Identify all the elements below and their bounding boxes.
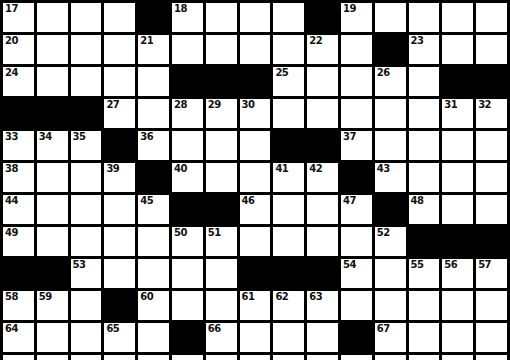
grid-cell-r10c2[interactable]: 59 (37, 291, 68, 320)
clue-number-28: 28 (174, 99, 187, 110)
grid-cell-r2c5[interactable]: 21 (138, 35, 169, 64)
clue-number-60: 60 (140, 291, 153, 302)
grid-cell-r3c9[interactable]: 25 (273, 67, 304, 96)
clue-number-64: 64 (5, 323, 18, 334)
grid-cell-r3c13[interactable] (409, 67, 440, 96)
clue-number-36: 36 (140, 131, 153, 142)
grid-cell-r12c4[interactable] (104, 355, 135, 360)
clue-number-56: 56 (444, 259, 457, 270)
grid-cell-r12c1[interactable] (3, 355, 34, 360)
grid-cell-r2c10[interactable]: 22 (307, 35, 338, 64)
grid-cell-r11c1[interactable]: 64 (3, 323, 34, 352)
clue-number-43: 43 (377, 163, 390, 174)
grid-cell-r11c9[interactable] (273, 323, 304, 352)
grid-cell-r7c3[interactable] (71, 195, 102, 224)
grid-cell-r6c12[interactable]: 43 (375, 163, 406, 192)
clue-number-39: 39 (106, 163, 119, 174)
clue-number-33: 33 (5, 131, 18, 142)
block-cell-r8c15 (476, 227, 507, 256)
grid-cell-r8c2[interactable] (37, 227, 68, 256)
block-cell-r4c3 (71, 99, 102, 128)
grid-cell-r7c2[interactable] (37, 195, 68, 224)
grid-cell-r4c11[interactable] (341, 99, 372, 128)
clue-number-23: 23 (411, 35, 424, 46)
grid-cell-r2c15[interactable] (476, 35, 507, 64)
clue-number-37: 37 (343, 131, 356, 142)
grid-cell-r4c14[interactable]: 31 (442, 99, 473, 128)
block-cell-r6c5 (138, 163, 169, 192)
crossword-screenshot: 1718192021222324252627282930313233343536… (0, 0, 510, 360)
block-cell-r5c4 (104, 131, 135, 160)
grid-cell-r5c3[interactable]: 35 (71, 131, 102, 160)
grid-cell-r10c7[interactable] (206, 291, 237, 320)
clue-number-52: 52 (377, 227, 390, 238)
grid-cell-r3c12[interactable]: 26 (375, 67, 406, 96)
grid-cell-r7c10[interactable] (307, 195, 338, 224)
clue-number-51: 51 (208, 227, 221, 238)
clue-number-18: 18 (174, 3, 187, 14)
grid-cell-r8c5[interactable] (138, 227, 169, 256)
block-cell-r11c11 (341, 323, 372, 352)
block-cell-r10c4 (104, 291, 135, 320)
clue-number-63: 63 (309, 291, 322, 302)
grid-cell-r10c6[interactable] (172, 291, 203, 320)
grid-cell-r12c13[interactable] (409, 355, 440, 360)
grid-cell-r9c6[interactable] (172, 259, 203, 288)
clue-number-22: 22 (309, 35, 322, 46)
grid-cell-r4c6[interactable]: 28 (172, 99, 203, 128)
grid-cell-r4c7[interactable]: 29 (206, 99, 237, 128)
grid-cell-r11c12[interactable]: 67 (375, 323, 406, 352)
grid-cell-r8c7[interactable]: 51 (206, 227, 237, 256)
grid-cell-r6c13[interactable] (409, 163, 440, 192)
grid-cell-r12c9[interactable] (273, 355, 304, 360)
grid-cell-r3c3[interactable] (71, 67, 102, 96)
clue-number-58: 58 (5, 291, 18, 302)
grid-cell-r11c4[interactable]: 65 (104, 323, 135, 352)
block-cell-r2c12 (375, 35, 406, 64)
grid-cell-r5c5[interactable]: 36 (138, 131, 169, 160)
grid-cell-r1c6[interactable]: 18 (172, 3, 203, 32)
grid-cell-r5c15[interactable] (476, 131, 507, 160)
grid-cell-r10c14[interactable] (442, 291, 473, 320)
grid-cell-r2c6[interactable] (172, 35, 203, 64)
grid-cell-r4c9[interactable] (273, 99, 304, 128)
grid-cell-r1c8[interactable] (240, 3, 271, 32)
clue-number-26: 26 (377, 67, 390, 78)
grid-cell-r12c14[interactable] (442, 355, 473, 360)
clue-number-29: 29 (208, 99, 221, 110)
clue-number-54: 54 (343, 259, 356, 270)
grid-cell-r11c5[interactable] (138, 323, 169, 352)
grid-cell-r9c11[interactable]: 54 (341, 259, 372, 288)
clue-number-20: 20 (5, 35, 18, 46)
grid-cell-r12c6[interactable] (172, 355, 203, 360)
grid-cell-r12c11[interactable] (341, 355, 372, 360)
grid-cell-r7c4[interactable] (104, 195, 135, 224)
block-cell-r7c6 (172, 195, 203, 224)
block-cell-r8c14 (442, 227, 473, 256)
grid-cell-r8c4[interactable] (104, 227, 135, 256)
grid-cell-r12c15[interactable] (476, 355, 507, 360)
block-cell-r3c6 (172, 67, 203, 96)
grid-cell-r7c14[interactable] (442, 195, 473, 224)
grid-cell-r8c1[interactable]: 49 (3, 227, 34, 256)
grid-cell-r1c4[interactable] (104, 3, 135, 32)
grid-cell-r4c5[interactable] (138, 99, 169, 128)
grid-cell-r2c14[interactable] (442, 35, 473, 64)
grid-cell-r5c14[interactable] (442, 131, 473, 160)
grid-cell-r11c10[interactable] (307, 323, 338, 352)
grid-cell-r1c7[interactable] (206, 3, 237, 32)
grid-cell-r2c7[interactable] (206, 35, 237, 64)
grid-cell-r6c9[interactable]: 41 (273, 163, 304, 192)
grid-cell-r6c14[interactable] (442, 163, 473, 192)
grid-cell-r2c8[interactable] (240, 35, 271, 64)
grid-cell-r9c12[interactable] (375, 259, 406, 288)
grid-cell-r11c2[interactable] (37, 323, 68, 352)
grid-cell-r9c5[interactable] (138, 259, 169, 288)
block-cell-r3c8 (240, 67, 271, 96)
grid-cell-r1c3[interactable] (71, 3, 102, 32)
grid-cell-r9c14[interactable]: 56 (442, 259, 473, 288)
block-cell-r4c2 (37, 99, 68, 128)
grid-cell-r5c2[interactable]: 34 (37, 131, 68, 160)
block-cell-r1c10 (307, 3, 338, 32)
grid-cell-r3c4[interactable] (104, 67, 135, 96)
clue-number-35: 35 (73, 131, 86, 142)
clue-number-25: 25 (275, 67, 288, 78)
clue-number-55: 55 (411, 259, 424, 270)
clue-number-65: 65 (106, 323, 119, 334)
grid-cell-r5c13[interactable] (409, 131, 440, 160)
grid-cell-r10c9[interactable]: 62 (273, 291, 304, 320)
grid-cell-r10c1[interactable]: 58 (3, 291, 34, 320)
grid-cell-r12c8[interactable] (240, 355, 271, 360)
clue-number-21: 21 (140, 35, 153, 46)
grid-cell-r8c8[interactable] (240, 227, 271, 256)
grid-cell-r4c12[interactable] (375, 99, 406, 128)
block-cell-r4c1 (3, 99, 34, 128)
grid-cell-r2c2[interactable] (37, 35, 68, 64)
clue-number-67: 67 (377, 323, 390, 334)
block-cell-r9c2 (37, 259, 68, 288)
grid-cell-r6c7[interactable] (206, 163, 237, 192)
grid-cell-r1c1[interactable]: 17 (3, 3, 34, 32)
grid-cell-r10c5[interactable]: 60 (138, 291, 169, 320)
grid-cell-r4c15[interactable]: 32 (476, 99, 507, 128)
grid-cell-r1c2[interactable] (37, 3, 68, 32)
grid-cell-r7c13[interactable]: 48 (409, 195, 440, 224)
grid-cell-r10c11[interactable] (341, 291, 372, 320)
grid-cell-r11c14[interactable] (442, 323, 473, 352)
block-cell-r8c13 (409, 227, 440, 256)
clue-number-34: 34 (39, 131, 52, 142)
grid-cell-r11c7[interactable]: 66 (206, 323, 237, 352)
grid-cell-r8c10[interactable] (307, 227, 338, 256)
grid-cell-r9c15[interactable]: 57 (476, 259, 507, 288)
grid-cell-r12c3[interactable] (71, 355, 102, 360)
block-cell-r3c15 (476, 67, 507, 96)
grid-cell-r4c4[interactable]: 27 (104, 99, 135, 128)
grid-cell-r10c8[interactable]: 61 (240, 291, 271, 320)
grid-cell-r5c6[interactable] (172, 131, 203, 160)
grid-cell-r8c6[interactable]: 50 (172, 227, 203, 256)
grid-cell-r10c12[interactable] (375, 291, 406, 320)
grid-cell-r3c1[interactable]: 24 (3, 67, 34, 96)
grid-cell-r1c11[interactable]: 19 (341, 3, 372, 32)
block-cell-r5c10 (307, 131, 338, 160)
clue-number-32: 32 (478, 99, 491, 110)
grid-cell-r4c10[interactable] (307, 99, 338, 128)
grid-cell-r9c13[interactable]: 55 (409, 259, 440, 288)
block-cell-r7c7 (206, 195, 237, 224)
grid-cell-r6c6[interactable]: 40 (172, 163, 203, 192)
grid-cell-r12c12[interactable] (375, 355, 406, 360)
clue-number-61: 61 (242, 291, 255, 302)
grid-cell-r6c1[interactable]: 38 (3, 163, 34, 192)
clue-number-24: 24 (5, 67, 18, 78)
grid-cell-r2c11[interactable] (341, 35, 372, 64)
grid-cell-r6c8[interactable] (240, 163, 271, 192)
grid-cell-r10c3[interactable] (71, 291, 102, 320)
grid-cell-r7c11[interactable]: 47 (341, 195, 372, 224)
grid-cell-r5c7[interactable] (206, 131, 237, 160)
grid-cell-r2c4[interactable] (104, 35, 135, 64)
grid-cell-r1c12[interactable] (375, 3, 406, 32)
grid-cell-r6c10[interactable]: 42 (307, 163, 338, 192)
grid-cell-r8c9[interactable] (273, 227, 304, 256)
grid-cell-r11c8[interactable] (240, 323, 271, 352)
grid-cell-r5c11[interactable]: 37 (341, 131, 372, 160)
grid-cell-r7c15[interactable] (476, 195, 507, 224)
block-cell-r9c9 (273, 259, 304, 288)
grid-cell-r12c5[interactable] (138, 355, 169, 360)
clue-number-49: 49 (5, 227, 18, 238)
clue-number-41: 41 (275, 163, 288, 174)
clue-number-53: 53 (73, 259, 86, 270)
grid-cell-r6c3[interactable] (71, 163, 102, 192)
grid-cell-r2c9[interactable] (273, 35, 304, 64)
block-cell-r9c10 (307, 259, 338, 288)
grid-cell-r3c5[interactable] (138, 67, 169, 96)
block-cell-r11c6 (172, 323, 203, 352)
grid-cell-r2c13[interactable]: 23 (409, 35, 440, 64)
grid-cell-r12c7[interactable] (206, 355, 237, 360)
grid-cell-r5c12[interactable] (375, 131, 406, 160)
grid-cell-r9c4[interactable] (104, 259, 135, 288)
grid-cell-r11c13[interactable] (409, 323, 440, 352)
crossword-grid: 1718192021222324252627282930313233343536… (0, 0, 510, 360)
grid-cell-r8c3[interactable] (71, 227, 102, 256)
grid-cell-r5c8[interactable] (240, 131, 271, 160)
clue-number-45: 45 (140, 195, 153, 206)
grid-cell-r8c11[interactable] (341, 227, 372, 256)
grid-cell-r2c3[interactable] (71, 35, 102, 64)
clue-number-30: 30 (242, 99, 255, 110)
grid-cell-r7c9[interactable] (273, 195, 304, 224)
grid-cell-r4c8[interactable]: 30 (240, 99, 271, 128)
grid-cell-r10c15[interactable] (476, 291, 507, 320)
grid-cell-r5c1[interactable]: 33 (3, 131, 34, 160)
clue-number-27: 27 (106, 99, 119, 110)
grid-cell-r6c4[interactable]: 39 (104, 163, 135, 192)
clue-number-46: 46 (242, 195, 255, 206)
clue-number-66: 66 (208, 323, 221, 334)
grid-cell-r6c2[interactable] (37, 163, 68, 192)
clue-number-42: 42 (309, 163, 322, 174)
grid-cell-r12c2[interactable] (37, 355, 68, 360)
block-cell-r9c1 (3, 259, 34, 288)
clue-number-40: 40 (174, 163, 187, 174)
grid-cell-r10c13[interactable] (409, 291, 440, 320)
clue-number-38: 38 (5, 163, 18, 174)
block-cell-r3c7 (206, 67, 237, 96)
clue-number-17: 17 (5, 3, 18, 14)
clue-number-48: 48 (411, 195, 424, 206)
grid-cell-r7c8[interactable]: 46 (240, 195, 271, 224)
clue-number-50: 50 (174, 227, 187, 238)
clue-number-47: 47 (343, 195, 356, 206)
grid-cell-r2c1[interactable]: 20 (3, 35, 34, 64)
grid-cell-r11c15[interactable] (476, 323, 507, 352)
grid-cell-r4c13[interactable] (409, 99, 440, 128)
grid-cell-r9c7[interactable] (206, 259, 237, 288)
clue-number-59: 59 (39, 291, 52, 302)
clue-number-62: 62 (275, 291, 288, 302)
grid-cell-r7c1[interactable]: 44 (3, 195, 34, 224)
clue-number-19: 19 (343, 3, 356, 14)
grid-cell-r8c12[interactable]: 52 (375, 227, 406, 256)
grid-cell-r12c10[interactable] (307, 355, 338, 360)
grid-cell-r9c3[interactable]: 53 (71, 259, 102, 288)
grid-cell-r7c5[interactable]: 45 (138, 195, 169, 224)
grid-cell-r6c15[interactable] (476, 163, 507, 192)
clue-number-31: 31 (444, 99, 457, 110)
grid-cell-r1c15[interactable] (476, 3, 507, 32)
clue-number-57: 57 (478, 259, 491, 270)
grid-cell-r1c14[interactable] (442, 3, 473, 32)
block-cell-r6c11 (341, 163, 372, 192)
grid-cell-r11c3[interactable] (71, 323, 102, 352)
grid-cell-r10c10[interactable]: 63 (307, 291, 338, 320)
grid-cell-r3c2[interactable] (37, 67, 68, 96)
grid-cell-r1c13[interactable] (409, 3, 440, 32)
clue-number-44: 44 (5, 195, 18, 206)
block-cell-r5c9 (273, 131, 304, 160)
grid-cell-r3c11[interactable] (341, 67, 372, 96)
block-cell-r1c5 (138, 3, 169, 32)
block-cell-r7c12 (375, 195, 406, 224)
grid-cell-r1c9[interactable] (273, 3, 304, 32)
block-cell-r3c14 (442, 67, 473, 96)
grid-cell-r3c10[interactable] (307, 67, 338, 96)
block-cell-r9c8 (240, 259, 271, 288)
